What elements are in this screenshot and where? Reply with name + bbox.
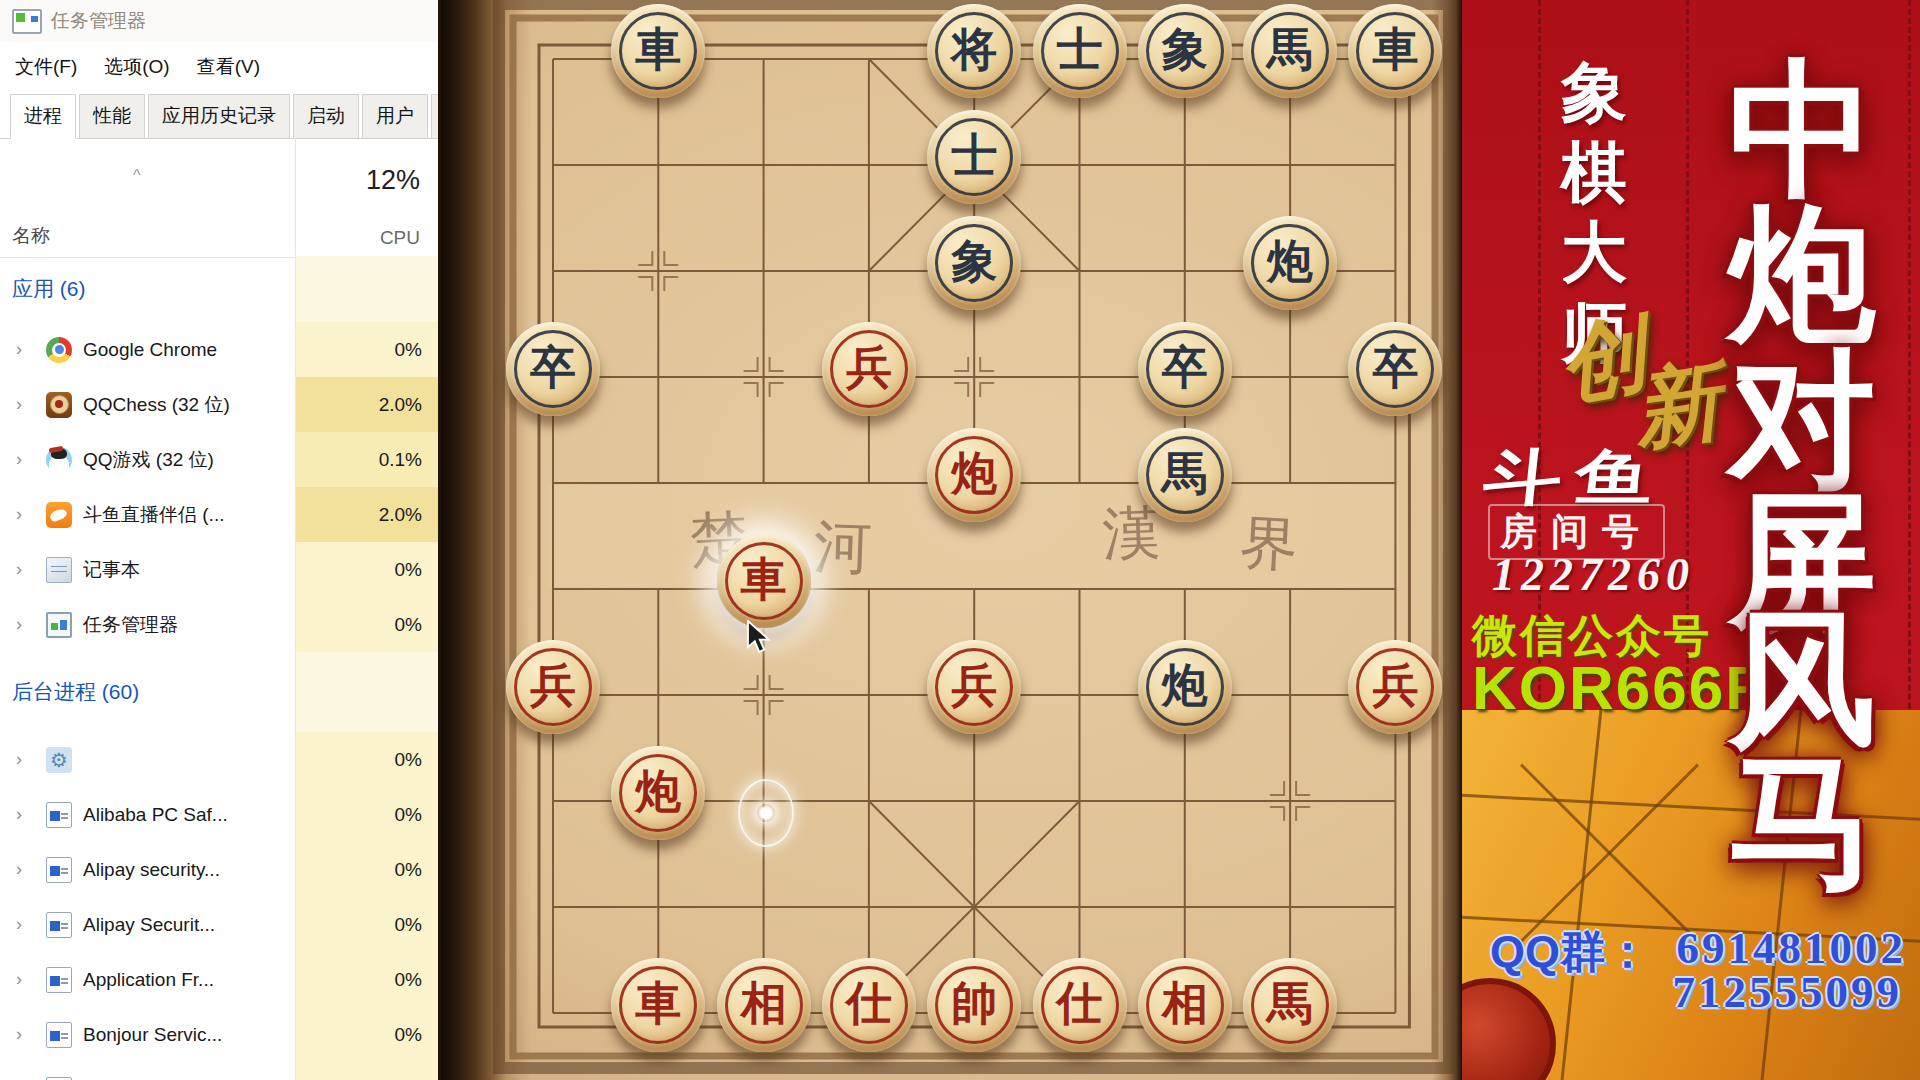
expand-chevron-icon[interactable]: › <box>0 614 38 635</box>
red-soldier[interactable]: 兵 <box>927 640 1021 734</box>
brand-char: 棋 <box>1546 132 1642 212</box>
window-icon <box>46 912 72 938</box>
qqchess-icon <box>46 392 72 418</box>
process-name: Alipay security... <box>83 859 220 881</box>
red-cannon[interactable]: 炮 <box>927 428 1021 522</box>
red-horse[interactable]: 馬 <box>1243 958 1337 1052</box>
red-elephant[interactable]: 相 <box>1138 958 1232 1052</box>
cpu-value: 0% <box>295 597 438 652</box>
gear-icon: ⚙ <box>46 747 72 773</box>
black-cannon[interactable]: 炮 <box>1243 216 1337 310</box>
process-row[interactable]: ›任务管理器0% <box>0 597 438 652</box>
tab-用户[interactable]: 用户 <box>362 94 428 139</box>
screen: 任务管理器 文件(F) 选项(O) 查看(V) 进程性能应用历史记录启动用户详细… <box>0 0 1920 1080</box>
process-row[interactable]: ›QQChess (32 位)2.0% <box>0 377 438 432</box>
process-row[interactable]: ›Bonjour Servic...0% <box>0 1007 438 1062</box>
process-name: Alibaba PC Saf... <box>83 804 228 826</box>
process-row[interactable]: ›Alipay Securit...0% <box>0 897 438 952</box>
process-group-header[interactable]: 后台进程 (60) <box>0 652 438 732</box>
black-soldier[interactable]: 卒 <box>1138 322 1232 416</box>
process-row[interactable]: ›⚙0% <box>0 732 438 787</box>
black-rook[interactable]: 車 <box>1348 4 1442 98</box>
xiangqi-board: 楚河漢界 車将士象馬車士象炮卒卒卒兵炮馬車兵兵炮兵炮車相仕帥仕相馬 <box>441 0 1462 1080</box>
black-advisor[interactable]: 士 <box>1033 4 1127 98</box>
cpu-value: 0% <box>295 542 438 597</box>
process-name: QQ游戏 (32 位) <box>83 447 214 473</box>
svg-text:河: 河 <box>813 512 873 582</box>
red-rook[interactable]: 車 <box>717 534 811 628</box>
red-soldier[interactable]: 兵 <box>1348 640 1442 734</box>
black-advisor[interactable]: 士 <box>927 110 1021 204</box>
expand-chevron-icon[interactable]: › <box>0 1024 38 1045</box>
window-icon <box>46 1022 72 1048</box>
process-row[interactable]: ›记事本0% <box>0 542 438 597</box>
menu-options[interactable]: 选项(O) <box>104 54 169 80</box>
expand-chevron-icon[interactable]: › <box>0 394 38 415</box>
black-horse[interactable]: 馬 <box>1138 428 1232 522</box>
tab-应用历史记录[interactable]: 应用历史记录 <box>148 94 290 139</box>
cpu-value: 0% <box>295 1007 438 1062</box>
cpu-value: 0% <box>295 787 438 842</box>
title-bar: 任务管理器 <box>0 0 438 42</box>
group-label: 应用 (6) <box>0 275 86 303</box>
column-header-cpu[interactable]: CPU <box>380 227 420 249</box>
process-row[interactable]: ›Google Chrome0% <box>0 322 438 377</box>
main-title-char: 屏 <box>1702 488 1902 636</box>
red-cannon[interactable]: 炮 <box>611 746 705 840</box>
task-manager-window: 任务管理器 文件(F) 选项(O) 查看(V) 进程性能应用历史记录启动用户详细… <box>0 0 441 1080</box>
process-row[interactable]: ›Alipay security...0% <box>0 842 438 897</box>
wechat-id: KOR666R <box>1472 652 1772 723</box>
process-row[interactable]: › <box>0 1062 438 1080</box>
window-icon <box>46 967 72 993</box>
douyu-icon <box>46 502 72 528</box>
task-manager-icon <box>12 9 42 34</box>
black-general[interactable]: 将 <box>927 4 1021 98</box>
tab-进程[interactable]: 进程 <box>10 94 76 139</box>
process-row[interactable]: ›QQ游戏 (32 位)0.1% <box>0 432 438 487</box>
qq-group-number-2: 712555099 <box>1673 966 1903 1018</box>
svg-text:界: 界 <box>1238 508 1299 579</box>
qqgame-icon <box>46 447 72 473</box>
window-title: 任务管理器 <box>51 8 146 34</box>
expand-chevron-icon[interactable]: › <box>0 969 38 990</box>
process-name: Google Chrome <box>83 339 217 361</box>
move-hint-glow <box>738 779 794 847</box>
expand-chevron-icon[interactable]: › <box>0 914 38 935</box>
process-name: Bonjour Servic... <box>83 1024 222 1046</box>
cpu-value: 0% <box>295 842 438 897</box>
group-label: 后台进程 (60) <box>0 678 139 706</box>
cpu-value: 0% <box>295 732 438 787</box>
black-cannon[interactable]: 炮 <box>1138 640 1232 734</box>
expand-chevron-icon[interactable]: › <box>0 559 38 580</box>
window-icon <box>46 1077 72 1080</box>
process-name: 记事本 <box>83 557 140 583</box>
process-name: QQChess (32 位) <box>83 392 230 418</box>
menu-view[interactable]: 查看(V) <box>197 54 260 80</box>
black-elephant[interactable]: 象 <box>1138 4 1232 98</box>
board-photo-background <box>1462 710 1920 1080</box>
process-group-header[interactable]: 应用 (6) <box>0 256 438 322</box>
menu-file[interactable]: 文件(F) <box>15 54 77 80</box>
expand-chevron-icon[interactable]: › <box>0 859 38 880</box>
tab-strip: 进程性能应用历史记录启动用户详细信息 <box>0 92 438 139</box>
room-number: 1227260 <box>1492 548 1695 601</box>
sort-ascending-icon[interactable]: ^ <box>133 167 141 185</box>
tab-启动[interactable]: 启动 <box>293 94 359 139</box>
list-header: ^ 名称 12% CPU <box>0 139 438 258</box>
window-icon <box>46 802 72 828</box>
cpu-total-value: 12% <box>366 165 420 196</box>
red-soldier[interactable]: 兵 <box>506 640 600 734</box>
brand-char: 大 <box>1546 212 1642 292</box>
expand-chevron-icon[interactable]: › <box>0 504 38 525</box>
menu-bar: 文件(F) 选项(O) 查看(V) <box>0 42 438 92</box>
cpu-value: 2.0% <box>295 377 438 432</box>
cpu-value: 0% <box>295 322 438 377</box>
mouse-cursor <box>746 620 772 654</box>
main-title-char: 炮 <box>1702 200 1902 348</box>
taskmgr-icon <box>46 612 72 638</box>
expand-chevron-icon[interactable]: › <box>0 449 38 470</box>
black-elephant[interactable]: 象 <box>927 216 1021 310</box>
black-soldier[interactable]: 卒 <box>1348 322 1442 416</box>
red-general[interactable]: 帥 <box>927 958 1021 1052</box>
cpu-value: 0.1% <box>295 432 438 487</box>
tab-性能[interactable]: 性能 <box>79 94 145 139</box>
photo-chess-piece <box>1462 978 1556 1080</box>
process-list: 应用 (6)›Google Chrome0%›QQChess (32 位)2.0… <box>0 256 438 1080</box>
black-horse[interactable]: 馬 <box>1243 4 1337 98</box>
red-elephant[interactable]: 相 <box>717 958 811 1052</box>
cpu-cell <box>295 256 438 322</box>
brand-char: 象 <box>1546 52 1642 132</box>
process-row[interactable]: ›Application Fr...0% <box>0 952 438 1007</box>
red-advisor[interactable]: 仕 <box>1033 958 1127 1052</box>
process-name: 斗鱼直播伴侣 (... <box>83 502 224 528</box>
window-icon <box>46 857 72 883</box>
red-advisor[interactable]: 仕 <box>822 958 916 1052</box>
expand-chevron-icon[interactable]: › <box>0 749 38 770</box>
process-name: Application Fr... <box>83 969 214 991</box>
cpu-value: 0% <box>295 952 438 1007</box>
qq-group-label: QQ群： <box>1490 922 1650 982</box>
cpu-value: 2.0% <box>295 487 438 542</box>
cpu-value: 0% <box>295 897 438 952</box>
red-soldier[interactable]: 兵 <box>822 322 916 416</box>
cpu-value <box>295 1062 438 1080</box>
main-title-char: 中 <box>1702 56 1902 204</box>
black-rook[interactable]: 車 <box>611 4 705 98</box>
column-divider <box>295 138 296 1080</box>
main-title-char: 对 <box>1702 346 1902 494</box>
process-name: 任务管理器 <box>83 612 178 638</box>
chrome-icon <box>46 337 72 363</box>
tab-详细信息[interactable]: 详细信息 <box>431 94 441 139</box>
expand-chevron-icon[interactable]: › <box>0 804 38 825</box>
process-name: Alipay Securit... <box>83 914 215 936</box>
notepad-icon <box>46 557 72 583</box>
column-header-name[interactable]: 名称 <box>12 223 50 249</box>
expand-chevron-icon[interactable]: › <box>0 339 38 360</box>
process-row[interactable]: ›Alibaba PC Saf...0% <box>0 787 438 842</box>
promo-banner: 象棋大师 创 新 斗鱼 房间号 1227260 微信公众号 KOR666R 中炮… <box>1462 0 1920 1080</box>
red-rook[interactable]: 車 <box>611 958 705 1052</box>
process-row[interactable]: ›斗鱼直播伴侣 (...2.0% <box>0 487 438 542</box>
cpu-cell <box>295 652 438 732</box>
black-soldier[interactable]: 卒 <box>506 322 600 416</box>
